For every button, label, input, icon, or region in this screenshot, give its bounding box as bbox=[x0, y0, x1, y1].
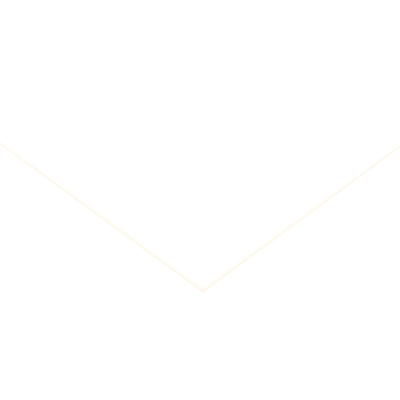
white-background-band bbox=[0, 0, 400, 62]
chessboard-product-photo bbox=[0, 0, 400, 400]
